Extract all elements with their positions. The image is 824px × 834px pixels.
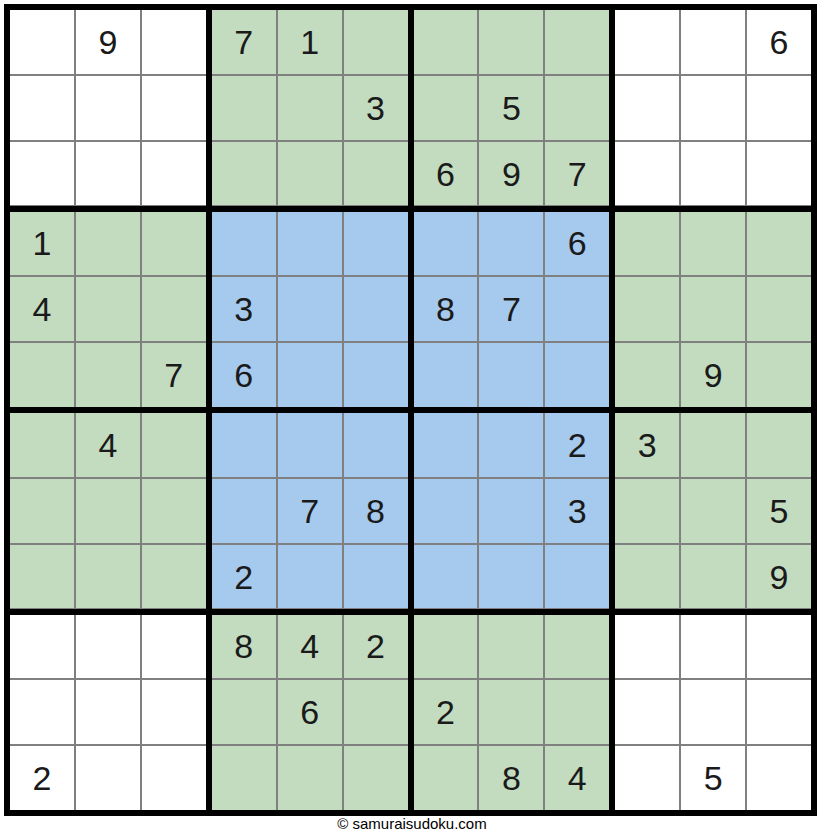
cell-r4c11[interactable] (681, 212, 745, 276)
cell-r2c8: 5 (479, 76, 543, 140)
cell-r10c7[interactable] (414, 615, 478, 679)
cell-r12c4[interactable] (212, 746, 276, 810)
box-r4c2: 8426 (209, 612, 411, 814)
cell-r3c2[interactable] (76, 142, 140, 206)
cell-r9c7[interactable] (414, 545, 478, 609)
cell-r3c1[interactable] (10, 142, 74, 206)
cell-r9c2[interactable] (76, 545, 140, 609)
box-r4c3: 284 (411, 612, 613, 814)
cell-r10c3[interactable] (142, 615, 206, 679)
cell-r4c8[interactable] (479, 212, 543, 276)
cell-r5c10[interactable] (615, 277, 679, 341)
cell-r5c2[interactable] (76, 277, 140, 341)
cell-r8c7[interactable] (414, 479, 478, 543)
cell-r11c6[interactable] (344, 680, 408, 744)
cell-r2c9[interactable] (545, 76, 609, 140)
cell-r12c12[interactable] (747, 746, 811, 810)
cell-r6c12[interactable] (747, 343, 811, 407)
cell-r10c1[interactable] (10, 615, 74, 679)
cell-r11c5: 6 (278, 680, 342, 744)
cell-r9c9[interactable] (545, 545, 609, 609)
cell-r7c5[interactable] (278, 413, 342, 477)
cell-r10c11[interactable] (681, 615, 745, 679)
cell-r12c8: 8 (479, 746, 543, 810)
cell-r5c12[interactable] (747, 277, 811, 341)
cell-r3c5[interactable] (278, 142, 342, 206)
cell-r3c11[interactable] (681, 142, 745, 206)
cell-r1c6[interactable] (344, 10, 408, 74)
cell-r9c11[interactable] (681, 545, 745, 609)
cell-r2c5[interactable] (278, 76, 342, 140)
cell-r1c4: 7 (212, 10, 276, 74)
cell-r5c11[interactable] (681, 277, 745, 341)
cell-r4c4[interactable] (212, 212, 276, 276)
cell-r8c1[interactable] (10, 479, 74, 543)
cell-r4c10[interactable] (615, 212, 679, 276)
cell-r5c6[interactable] (344, 277, 408, 341)
cell-r7c3[interactable] (142, 413, 206, 477)
page: 971356976147366879478223359284262845 © s… (0, 0, 824, 834)
cell-r1c12: 6 (747, 10, 811, 74)
cell-r12c7[interactable] (414, 746, 478, 810)
cell-r11c1[interactable] (10, 680, 74, 744)
cell-r2c12[interactable] (747, 76, 811, 140)
cell-r8c5: 7 (278, 479, 342, 543)
box-r2c4: 9 (612, 209, 814, 411)
cell-r11c10[interactable] (615, 680, 679, 744)
cell-r2c7[interactable] (414, 76, 478, 140)
cell-r7c9: 2 (545, 413, 609, 477)
cell-r6c10[interactable] (615, 343, 679, 407)
box-r3c4: 359 (612, 410, 814, 612)
cell-r6c8[interactable] (479, 343, 543, 407)
cell-r9c12: 9 (747, 545, 811, 609)
cell-r11c8[interactable] (479, 680, 543, 744)
cell-r1c11[interactable] (681, 10, 745, 74)
cell-r4c1: 1 (10, 212, 74, 276)
cell-r6c2[interactable] (76, 343, 140, 407)
box-r3c2: 782 (209, 410, 411, 612)
cell-r2c1[interactable] (10, 76, 74, 140)
cell-r5c7: 8 (414, 277, 478, 341)
cell-r10c6: 2 (344, 615, 408, 679)
cell-r1c7[interactable] (414, 10, 478, 74)
cell-r4c3[interactable] (142, 212, 206, 276)
cell-r9c8[interactable] (479, 545, 543, 609)
cell-r10c2[interactable] (76, 615, 140, 679)
cell-r12c11: 5 (681, 746, 745, 810)
cell-r4c7[interactable] (414, 212, 478, 276)
cell-r3c8: 9 (479, 142, 543, 206)
cell-r12c1: 2 (10, 746, 74, 810)
cell-r7c4[interactable] (212, 413, 276, 477)
cell-r9c5[interactable] (278, 545, 342, 609)
cell-r7c1[interactable] (10, 413, 74, 477)
cell-r10c5: 4 (278, 615, 342, 679)
cell-r7c12[interactable] (747, 413, 811, 477)
cell-r7c10: 3 (615, 413, 679, 477)
cell-r5c3[interactable] (142, 277, 206, 341)
cell-r3c10[interactable] (615, 142, 679, 206)
box-r1c4: 6 (612, 7, 814, 209)
cell-r11c11[interactable] (681, 680, 745, 744)
box-r4c1: 2 (7, 612, 209, 814)
cell-r2c4[interactable] (212, 76, 276, 140)
box-r1c2: 713 (209, 7, 411, 209)
cell-r12c10[interactable] (615, 746, 679, 810)
cell-r11c3[interactable] (142, 680, 206, 744)
cell-r5c5[interactable] (278, 277, 342, 341)
cell-r2c11[interactable] (681, 76, 745, 140)
cell-r11c4[interactable] (212, 680, 276, 744)
cell-r10c10[interactable] (615, 615, 679, 679)
watermark: © samuraisudoku.com (0, 815, 824, 834)
sudoku-board: 971356976147366879478223359284262845 (4, 4, 817, 816)
cell-r2c2[interactable] (76, 76, 140, 140)
cell-r7c8[interactable] (479, 413, 543, 477)
cell-r9c4: 2 (212, 545, 276, 609)
cell-r10c9[interactable] (545, 615, 609, 679)
box-r3c3: 23 (411, 410, 613, 612)
cell-r8c6: 8 (344, 479, 408, 543)
cell-r7c7[interactable] (414, 413, 478, 477)
cell-r6c4: 6 (212, 343, 276, 407)
cell-r1c2: 9 (76, 10, 140, 74)
cell-r5c4: 3 (212, 277, 276, 341)
box-r4c4: 5 (612, 612, 814, 814)
cell-r5c8: 7 (479, 277, 543, 341)
cell-r3c3[interactable] (142, 142, 206, 206)
cell-r11c12[interactable] (747, 680, 811, 744)
cell-r6c5[interactable] (278, 343, 342, 407)
cell-r4c5[interactable] (278, 212, 342, 276)
cell-r2c6: 3 (344, 76, 408, 140)
cell-r2c3[interactable] (142, 76, 206, 140)
cell-r8c2[interactable] (76, 479, 140, 543)
cell-r3c12[interactable] (747, 142, 811, 206)
cell-r1c10[interactable] (615, 10, 679, 74)
cell-r8c3[interactable] (142, 479, 206, 543)
cell-r1c9[interactable] (545, 10, 609, 74)
cell-r1c8[interactable] (479, 10, 543, 74)
cell-r4c9: 6 (545, 212, 609, 276)
cell-r12c3[interactable] (142, 746, 206, 810)
cell-r8c11[interactable] (681, 479, 745, 543)
cell-r3c4[interactable] (212, 142, 276, 206)
box-r3c1: 4 (7, 410, 209, 612)
cell-r7c2: 4 (76, 413, 140, 477)
cell-r10c4: 8 (212, 615, 276, 679)
cell-r8c4[interactable] (212, 479, 276, 543)
cell-r12c5[interactable] (278, 746, 342, 810)
cell-r9c10[interactable] (615, 545, 679, 609)
cell-r3c7: 6 (414, 142, 478, 206)
cell-r8c8[interactable] (479, 479, 543, 543)
cell-r6c11: 9 (681, 343, 745, 407)
cell-r9c6[interactable] (344, 545, 408, 609)
cell-r3c9: 7 (545, 142, 609, 206)
cell-r4c12[interactable] (747, 212, 811, 276)
cell-r2c10[interactable] (615, 76, 679, 140)
cell-r10c12[interactable] (747, 615, 811, 679)
cell-r4c2[interactable] (76, 212, 140, 276)
cell-r3c6[interactable] (344, 142, 408, 206)
cell-r12c2[interactable] (76, 746, 140, 810)
box-r2c2: 36 (209, 209, 411, 411)
cell-r11c2[interactable] (76, 680, 140, 744)
cell-r4c6[interactable] (344, 212, 408, 276)
cell-r8c12: 5 (747, 479, 811, 543)
cell-r1c3[interactable] (142, 10, 206, 74)
cell-r12c6[interactable] (344, 746, 408, 810)
cell-r6c1[interactable] (10, 343, 74, 407)
box-r1c3: 5697 (411, 7, 613, 209)
cell-r7c6[interactable] (344, 413, 408, 477)
cell-r1c1[interactable] (10, 10, 74, 74)
cell-r1c5: 1 (278, 10, 342, 74)
cell-r8c10[interactable] (615, 479, 679, 543)
cell-r12c9: 4 (545, 746, 609, 810)
cell-r6c6[interactable] (344, 343, 408, 407)
cell-r8c9: 3 (545, 479, 609, 543)
cell-r11c7: 2 (414, 680, 478, 744)
box-r2c1: 147 (7, 209, 209, 411)
cell-r9c3[interactable] (142, 545, 206, 609)
box-r2c3: 687 (411, 209, 613, 411)
cell-r5c1: 4 (10, 277, 74, 341)
cell-r6c9[interactable] (545, 343, 609, 407)
cell-r6c7[interactable] (414, 343, 478, 407)
cell-r7c11[interactable] (681, 413, 745, 477)
cell-r9c1[interactable] (10, 545, 74, 609)
cell-r5c9[interactable] (545, 277, 609, 341)
cell-r11c9[interactable] (545, 680, 609, 744)
cell-r6c3: 7 (142, 343, 206, 407)
cell-r10c8[interactable] (479, 615, 543, 679)
box-r1c1: 9 (7, 7, 209, 209)
